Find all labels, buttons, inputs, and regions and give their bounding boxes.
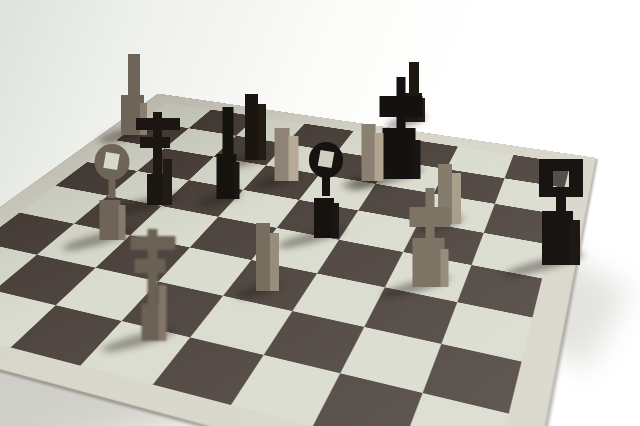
knight-n-rod	[223, 107, 233, 159]
queen-q-neck	[108, 177, 116, 198]
queen-q-flange	[118, 205, 126, 240]
king-k-bar	[409, 207, 450, 227]
knight-n-flange	[233, 162, 239, 199]
black-rook-c6	[136, 112, 180, 205]
bishop-b-base	[542, 211, 573, 265]
rook-r-flange	[158, 285, 167, 341]
queen-q-flange	[332, 203, 340, 238]
black-knight-d6	[215, 107, 242, 199]
queen-q-hole	[318, 150, 334, 168]
black-pawn-d7	[243, 94, 269, 160]
knight-n-rod	[128, 54, 139, 99]
black-bishop-h4	[536, 159, 586, 265]
pawn-p-main	[361, 124, 375, 181]
queen-q-neck	[322, 175, 330, 196]
pawn-p-flange	[452, 173, 461, 224]
white-rook-a2	[131, 229, 176, 341]
white-pawn-f6	[360, 124, 387, 181]
bishop-b-hl	[539, 159, 553, 197]
pawn-p-flange	[258, 104, 266, 160]
black-queen-e5	[305, 142, 347, 238]
king-k-flange	[412, 140, 421, 179]
chess-photo-scene	[0, 0, 640, 426]
rook-r-flange	[163, 159, 171, 206]
pawn-p-flange	[270, 233, 279, 291]
white-king-g4	[409, 188, 452, 287]
bishop-b-flange	[570, 220, 580, 265]
pawn-p-flange	[375, 133, 384, 181]
white-pawn-d3	[254, 223, 282, 291]
pawn-p-flange	[289, 136, 298, 181]
white-pawn-e6	[273, 128, 302, 181]
pawn-p-main	[245, 94, 259, 160]
pawn-p-main	[274, 128, 289, 181]
pieces-layer	[0, 0, 640, 426]
pawn-p-main	[256, 223, 271, 291]
king-k-flange	[440, 249, 449, 287]
bishop-b-neck	[556, 197, 566, 211]
king-k-bar	[379, 96, 422, 116]
white-queen-b5	[91, 144, 134, 240]
bishop-b-hr	[569, 159, 583, 197]
queen-q-hole	[103, 152, 120, 171]
